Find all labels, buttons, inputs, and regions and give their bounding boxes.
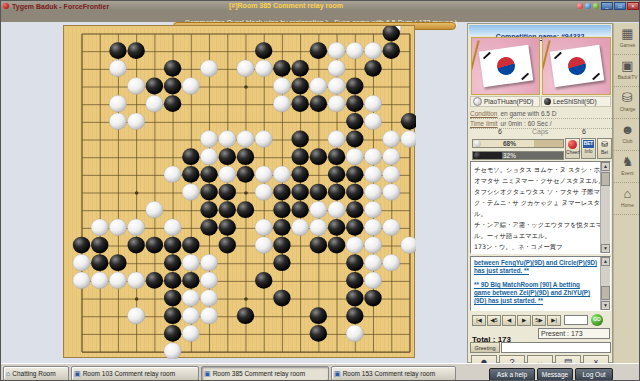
black-stone: [182, 237, 199, 254]
white-stone: [127, 113, 144, 130]
white-stone-icon: [473, 97, 482, 106]
black-stone: [109, 42, 126, 59]
cheer-label: Cheer!: [566, 150, 579, 155]
black-stone: [328, 219, 345, 236]
black-stone: [310, 307, 327, 324]
forward-5-button[interactable]: 5▶: [532, 315, 546, 326]
time-limit-label: Time limit: [470, 120, 498, 127]
taskbar-tab-room-153[interactable]: ▣Room 153 Comment relay room: [331, 366, 456, 381]
black-stone: [346, 201, 363, 218]
white-stone: [383, 254, 400, 271]
black-stone: [182, 166, 199, 183]
games-icon: ▦: [614, 23, 640, 43]
white-stone: [219, 166, 236, 183]
announcement-link[interactable]: between FengYu(P)(9D) and Circle(P)(9D) …: [474, 259, 598, 275]
message-button[interactable]: Message: [537, 368, 573, 381]
move-navigation: |◀◀5◀▶5▶▶| GO: [472, 314, 610, 326]
toolbar-item-games[interactable]: ▦Games: [614, 23, 640, 55]
black-player-name: LeeShiShil(9D): [553, 98, 597, 105]
black-stone: [91, 254, 108, 271]
white-stone: [346, 325, 363, 342]
black-stone: [310, 184, 327, 201]
white-stone: [109, 60, 126, 77]
black-stone: [310, 42, 327, 59]
black-stone: [182, 272, 199, 289]
status-orbs: [577, 3, 599, 9]
white-player-name: PiaoTHuan(P9D): [484, 98, 534, 105]
ask-a-help-button[interactable]: Ask a help: [489, 368, 535, 381]
taskbar: ⌂Chatting Room▣Room 103 Comment relay ro…: [1, 363, 640, 381]
black-stone: [346, 219, 363, 236]
black-stone: [273, 60, 290, 77]
commentary-text: チセモソ。ショタス ヨムケ・ヌ スタシ・ホ クルオマタサ ニミヌマー・クサセノス…: [472, 163, 600, 252]
black-stone: [164, 254, 181, 271]
event-icon: ♞: [614, 151, 640, 171]
announcement-box[interactable]: between FengYu(P)(9D) and Circle(P)(9D) …: [470, 256, 611, 311]
white-stone: [200, 148, 217, 165]
black-stone: [346, 166, 363, 183]
minimize-button[interactable]: _: [601, 2, 613, 10]
black-stone: [127, 237, 144, 254]
maximize-button[interactable]: □: [614, 2, 626, 10]
black-stone: [401, 113, 416, 130]
toolbar-item-home[interactable]: ⌂Home: [614, 183, 640, 215]
black-stone: [255, 42, 272, 59]
white-stone: [383, 131, 400, 148]
black-bet-knob: [474, 152, 481, 159]
white-stone: [91, 272, 108, 289]
room-title-center: [#]Room 385 Comment relay room: [229, 2, 343, 9]
black-stone: [310, 148, 327, 165]
announcement-link[interactable]: ** 9D Big MatchRoom [90] A betting game …: [474, 281, 598, 305]
black-stone: [346, 307, 363, 324]
commentary-box[interactable]: チセモソ。ショタス ヨムケ・ヌ スタシ・ホ クルオマタサ ニミヌマー・クサセノス…: [470, 161, 611, 254]
white-stone: [255, 237, 272, 254]
black-stone: [291, 166, 308, 183]
white-stone: [364, 166, 381, 183]
white-stone: [383, 219, 400, 236]
black-stone: [346, 290, 363, 307]
white-stone: [109, 272, 126, 289]
black-stone: [146, 237, 163, 254]
greeting-row: Greeting: [470, 342, 612, 354]
scroll-up-icon[interactable]: ▲: [601, 162, 610, 171]
black-stone-icon: [544, 98, 551, 105]
white-stone: [182, 254, 199, 271]
white-stone: [146, 95, 163, 112]
white-stone: [364, 201, 381, 218]
scroll-up-icon[interactable]: ▲: [601, 257, 610, 266]
white-stone: [182, 307, 199, 324]
white-stone: [401, 131, 416, 148]
scroll-thumb[interactable]: [601, 172, 610, 186]
commentary-line: ル。: [474, 208, 598, 219]
scroll-down-icon[interactable]: ▼: [601, 244, 610, 253]
white-player-photo: [471, 37, 540, 95]
black-stone: [291, 148, 308, 165]
white-stone: [255, 184, 272, 201]
black-stone: [219, 201, 236, 218]
cheer-button[interactable]: Cheer!: [565, 138, 580, 159]
white-stone: [109, 219, 126, 236]
toolbar-label: Club: [614, 139, 640, 144]
white-stone: [364, 237, 381, 254]
white-stone: [182, 184, 199, 201]
white-stone: [364, 254, 381, 271]
toolbar-item-event[interactable]: ♞Event: [614, 151, 640, 183]
white-stone: [310, 219, 327, 236]
back-5-button[interactable]: ◀5: [487, 315, 501, 326]
last-move-button[interactable]: ▶|: [547, 315, 561, 326]
black-stone: [73, 237, 90, 254]
black-stone: [291, 131, 308, 148]
black-stone: [200, 184, 217, 201]
toolbar-label: Event: [614, 171, 640, 176]
orb-blue-icon: [585, 3, 591, 9]
back-button[interactable]: ◀: [502, 315, 516, 326]
black-stone: [200, 219, 217, 236]
white-stone: [219, 131, 236, 148]
commentary-line: ク・テムニ・サ クカケゃクょ ヌマーレスタヌマエ: [474, 197, 598, 208]
black-stone: [91, 237, 108, 254]
black-stone: [273, 219, 290, 236]
home-icon: ⌂: [6, 370, 10, 377]
tab-label: Room 385 Comment relay room: [213, 370, 305, 377]
black-stone: [291, 184, 308, 201]
player-photos: [471, 37, 611, 95]
black-stone: [328, 166, 345, 183]
window-title: Tygem Baduk - ForceFrontier: [12, 3, 109, 10]
go-client-window: Tygem Baduk - ForceFrontier [#]Room 385 …: [0, 0, 640, 381]
game-info-panel: Competition name: #94332 PiaoTHuan(P9D): [467, 23, 613, 363]
toolbar-item-charge[interactable]: ⛁Charge: [614, 87, 640, 119]
commentary-line: ル。ーィサ諮ュエマエル。: [474, 230, 598, 241]
forward-button[interactable]: ▶: [517, 315, 531, 326]
club-icon: ☻: [614, 119, 640, 139]
captures-row: 6 Caps 6: [470, 128, 612, 137]
black-stone: [291, 201, 308, 218]
bet-button[interactable]: ⛁ Bet: [597, 138, 612, 159]
black-stone: [200, 166, 217, 183]
status-bar: Commenting Over( black wins by resignati…: [1, 11, 640, 22]
black-stone: [164, 272, 181, 289]
orb-red-icon: [577, 3, 583, 9]
white-stone: [127, 219, 144, 236]
black-stone: [255, 272, 272, 289]
black-stone: [291, 78, 308, 95]
white-captures: 6: [498, 128, 502, 135]
taskbar-tab-room-103[interactable]: ▣Room 103 Comment relay room: [71, 366, 199, 381]
black-stone: [219, 219, 236, 236]
black-stone: [146, 272, 163, 289]
black-stone: [328, 148, 345, 165]
black-stone: [364, 290, 381, 307]
announcement-scrollbar[interactable]: ▲ ▼: [600, 257, 610, 310]
black-stone: [346, 131, 363, 148]
white-stone: [255, 60, 272, 77]
white-stone: [255, 166, 272, 183]
white-stone: [291, 219, 308, 236]
black-stone: [237, 201, 254, 218]
scroll-thumb[interactable]: [601, 286, 610, 300]
commentary-line: タフシシオクタェウタス ソ・フタサ 子際マヌマ: [474, 186, 598, 197]
white-stone: [328, 60, 345, 77]
bet-info-button[interactable]: BET Info: [581, 138, 596, 159]
white-stone: [237, 131, 254, 148]
tab-label: Chatting Room: [12, 370, 55, 377]
black-bet-percent: 32%: [503, 152, 516, 160]
white-stone: [273, 166, 290, 183]
white-stone: [91, 219, 108, 236]
black-stone: [310, 237, 327, 254]
white-stone: [364, 184, 381, 201]
black-stone: [328, 237, 345, 254]
white-stone: [364, 148, 381, 165]
white-stone: [383, 184, 400, 201]
white-stone: [182, 325, 199, 342]
black-stone: [146, 78, 163, 95]
black-stone: [346, 113, 363, 130]
black-stone: [237, 166, 254, 183]
black-stone: [219, 148, 236, 165]
greeting-button[interactable]: Greeting: [470, 342, 500, 353]
black-stone: [310, 95, 327, 112]
black-stone: [346, 95, 363, 112]
titlebar: Tygem Baduk - ForceFrontier [#]Room 385 …: [1, 1, 640, 11]
log-out-button[interactable]: Log Out: [575, 368, 613, 381]
condition-label: Condition: [470, 110, 497, 117]
go-board[interactable]: [63, 25, 415, 358]
white-stone: [346, 237, 363, 254]
black-stone: [273, 290, 290, 307]
first-move-button[interactable]: |◀: [472, 315, 486, 326]
go-button[interactable]: GO: [591, 314, 603, 326]
chat-input[interactable]: [501, 342, 611, 353]
taskbar-tab-room-385[interactable]: ▣Room 385 Comment relay room: [201, 366, 329, 381]
black-stone: [237, 148, 254, 165]
commentary-line: チ・ンア綜・ア需・ックエウタフを悦タエマエ: [474, 219, 598, 230]
tab-label: Room 103 Comment relay room: [83, 370, 175, 377]
white-stone: [364, 272, 381, 289]
white-stone: [364, 219, 381, 236]
black-stone: [200, 201, 217, 218]
black-stone: [346, 78, 363, 95]
white-stone: [328, 95, 345, 112]
black-stone: [182, 148, 199, 165]
black-stone: [346, 184, 363, 201]
baduktv-icon: ▣: [614, 55, 640, 75]
toolbar-label: Games: [614, 43, 640, 48]
bet-icon: ⛁: [598, 139, 611, 150]
white-stone: [328, 201, 345, 218]
black-stone: [109, 254, 126, 271]
commentary-line: オマタサ ニミヌマー・クサセノスタヌエル。: [474, 175, 598, 186]
condition-value: en game with 6.5 D: [500, 110, 556, 117]
white-bet-percent: 68%: [503, 140, 516, 148]
black-stone: [273, 184, 290, 201]
black-stone: [310, 325, 327, 342]
black-player-photo: [542, 37, 611, 95]
white-stone: [255, 131, 272, 148]
toolbar-item-club[interactable]: ☻Club: [614, 119, 640, 151]
white-stone: [310, 201, 327, 218]
white-stone: [273, 95, 290, 112]
bet-label: Bet: [598, 150, 611, 155]
white-stone: [127, 78, 144, 95]
toolbar-label: BadukTV: [614, 75, 640, 80]
black-player[interactable]: LeeShiShil(9D): [541, 96, 611, 107]
commentary-line: 173ン・ウ。、ネ・コメー賞フ: [474, 241, 598, 252]
time-limit-value: ur 0min : 60 Sec /: [501, 120, 552, 127]
white-stone: [383, 148, 400, 165]
black-stone: [164, 237, 181, 254]
black-stone: [273, 254, 290, 271]
toolbar-item-baduktv[interactable]: ▣BadukTV: [614, 55, 640, 87]
white-stone: [200, 254, 217, 271]
right-toolbar: ▦Games▣BadukTV⛁Charge☻Club♞Event⌂Home: [613, 23, 640, 363]
black-stone: [127, 42, 144, 59]
captures-label: Caps: [532, 128, 548, 135]
white-stone: [200, 131, 217, 148]
white-stone: [255, 219, 272, 236]
black-stone: [364, 60, 381, 77]
window-controls: _ □ ×: [601, 2, 639, 10]
white-stone: [200, 307, 217, 324]
orb-green-icon: [593, 3, 599, 9]
white-stone: [146, 201, 163, 218]
move-number-input[interactable]: [564, 315, 588, 325]
commentary-line: チセモソ。ショタス ヨムケ・ヌ スタシ・ホ クル: [474, 164, 598, 175]
black-stone: [291, 60, 308, 77]
commentary-scrollbar[interactable]: ▲ ▼: [600, 162, 610, 253]
white-stone: [346, 148, 363, 165]
present-move: Present : 173: [538, 328, 610, 339]
white-stone: [401, 237, 416, 254]
bet-info-label: Info: [582, 149, 595, 154]
white-bet-knob: [474, 140, 481, 147]
white-stone: [109, 95, 126, 112]
black-stone: [164, 290, 181, 307]
white-stone: [364, 42, 381, 59]
black-stone: [164, 325, 181, 342]
tab-label: Room 153 Comment relay room: [343, 370, 435, 377]
white-stone: [164, 166, 181, 183]
white-stone: [273, 78, 290, 95]
black-stone: [219, 184, 236, 201]
white-stone: [310, 78, 327, 95]
bet-info-top: BET: [583, 140, 594, 148]
white-stone: [164, 219, 181, 236]
black-stone: [346, 272, 363, 289]
player-names-row: PiaoTHuan(P9D) LeeShiShil(9D): [470, 96, 612, 107]
white-stone: [200, 272, 217, 289]
white-stone: [328, 131, 345, 148]
white-stone: [383, 166, 400, 183]
toolbar-label: Home: [614, 203, 640, 208]
black-stone: [164, 78, 181, 95]
white-stone: [127, 272, 144, 289]
cheer-ball-icon: [568, 140, 577, 149]
announcement-text: between FengYu(P)(9D) and Circle(P)(9D) …: [472, 258, 600, 309]
white-player[interactable]: PiaoTHuan(P9D): [470, 96, 540, 107]
black-stone: [383, 26, 400, 41]
black-bet-bar[interactable]: 32%: [472, 151, 564, 160]
app-icon: [3, 3, 9, 9]
toolbar-label: Charge: [614, 107, 640, 112]
white-stone: [182, 78, 199, 95]
black-stone: [346, 254, 363, 271]
white-stone: [73, 254, 90, 271]
white-stone: [164, 343, 181, 359]
close-button[interactable]: ×: [627, 2, 639, 10]
competition-header: Competition name: #94332: [469, 25, 611, 36]
scroll-down-icon[interactable]: ▼: [601, 301, 610, 310]
white-stone: [127, 307, 144, 324]
black-stone: [219, 237, 236, 254]
korean-flag-icon: [479, 45, 534, 88]
white-stone: [73, 272, 90, 289]
black-stone: [164, 95, 181, 112]
korean-flag-icon: [550, 45, 605, 88]
black-stone: [164, 60, 181, 77]
white-stone: [328, 78, 345, 95]
home-icon: ⌂: [614, 183, 640, 203]
black-stone: [383, 42, 400, 59]
black-stone: [291, 95, 308, 112]
move-totals: Total : 173 Present : 173: [472, 328, 610, 340]
go-board-svg: [64, 26, 416, 359]
white-stone: [328, 42, 345, 59]
white-stone: [109, 113, 126, 130]
white-stone: [200, 290, 217, 307]
white-stone: [200, 60, 217, 77]
taskbar-tab-chatting-room[interactable]: ⌂Chatting Room: [3, 366, 69, 381]
white-stone: [364, 95, 381, 112]
white-stone: [364, 113, 381, 130]
black-stone: [164, 307, 181, 324]
charge-icon: ⛁: [614, 87, 640, 107]
white-stone: [182, 290, 199, 307]
black-stone: [273, 201, 290, 218]
white-stone: [346, 42, 363, 59]
white-stone: [237, 60, 254, 77]
black-stone: [273, 237, 290, 254]
room-window-icon: ▣: [334, 370, 341, 378]
room-window-icon: ▣: [204, 370, 211, 378]
room-window-icon: ▣: [74, 370, 81, 378]
black-captures: 6: [582, 128, 586, 135]
white-bet-bar[interactable]: 68%: [472, 139, 564, 148]
black-stone: [328, 184, 345, 201]
black-stone: [237, 307, 254, 324]
